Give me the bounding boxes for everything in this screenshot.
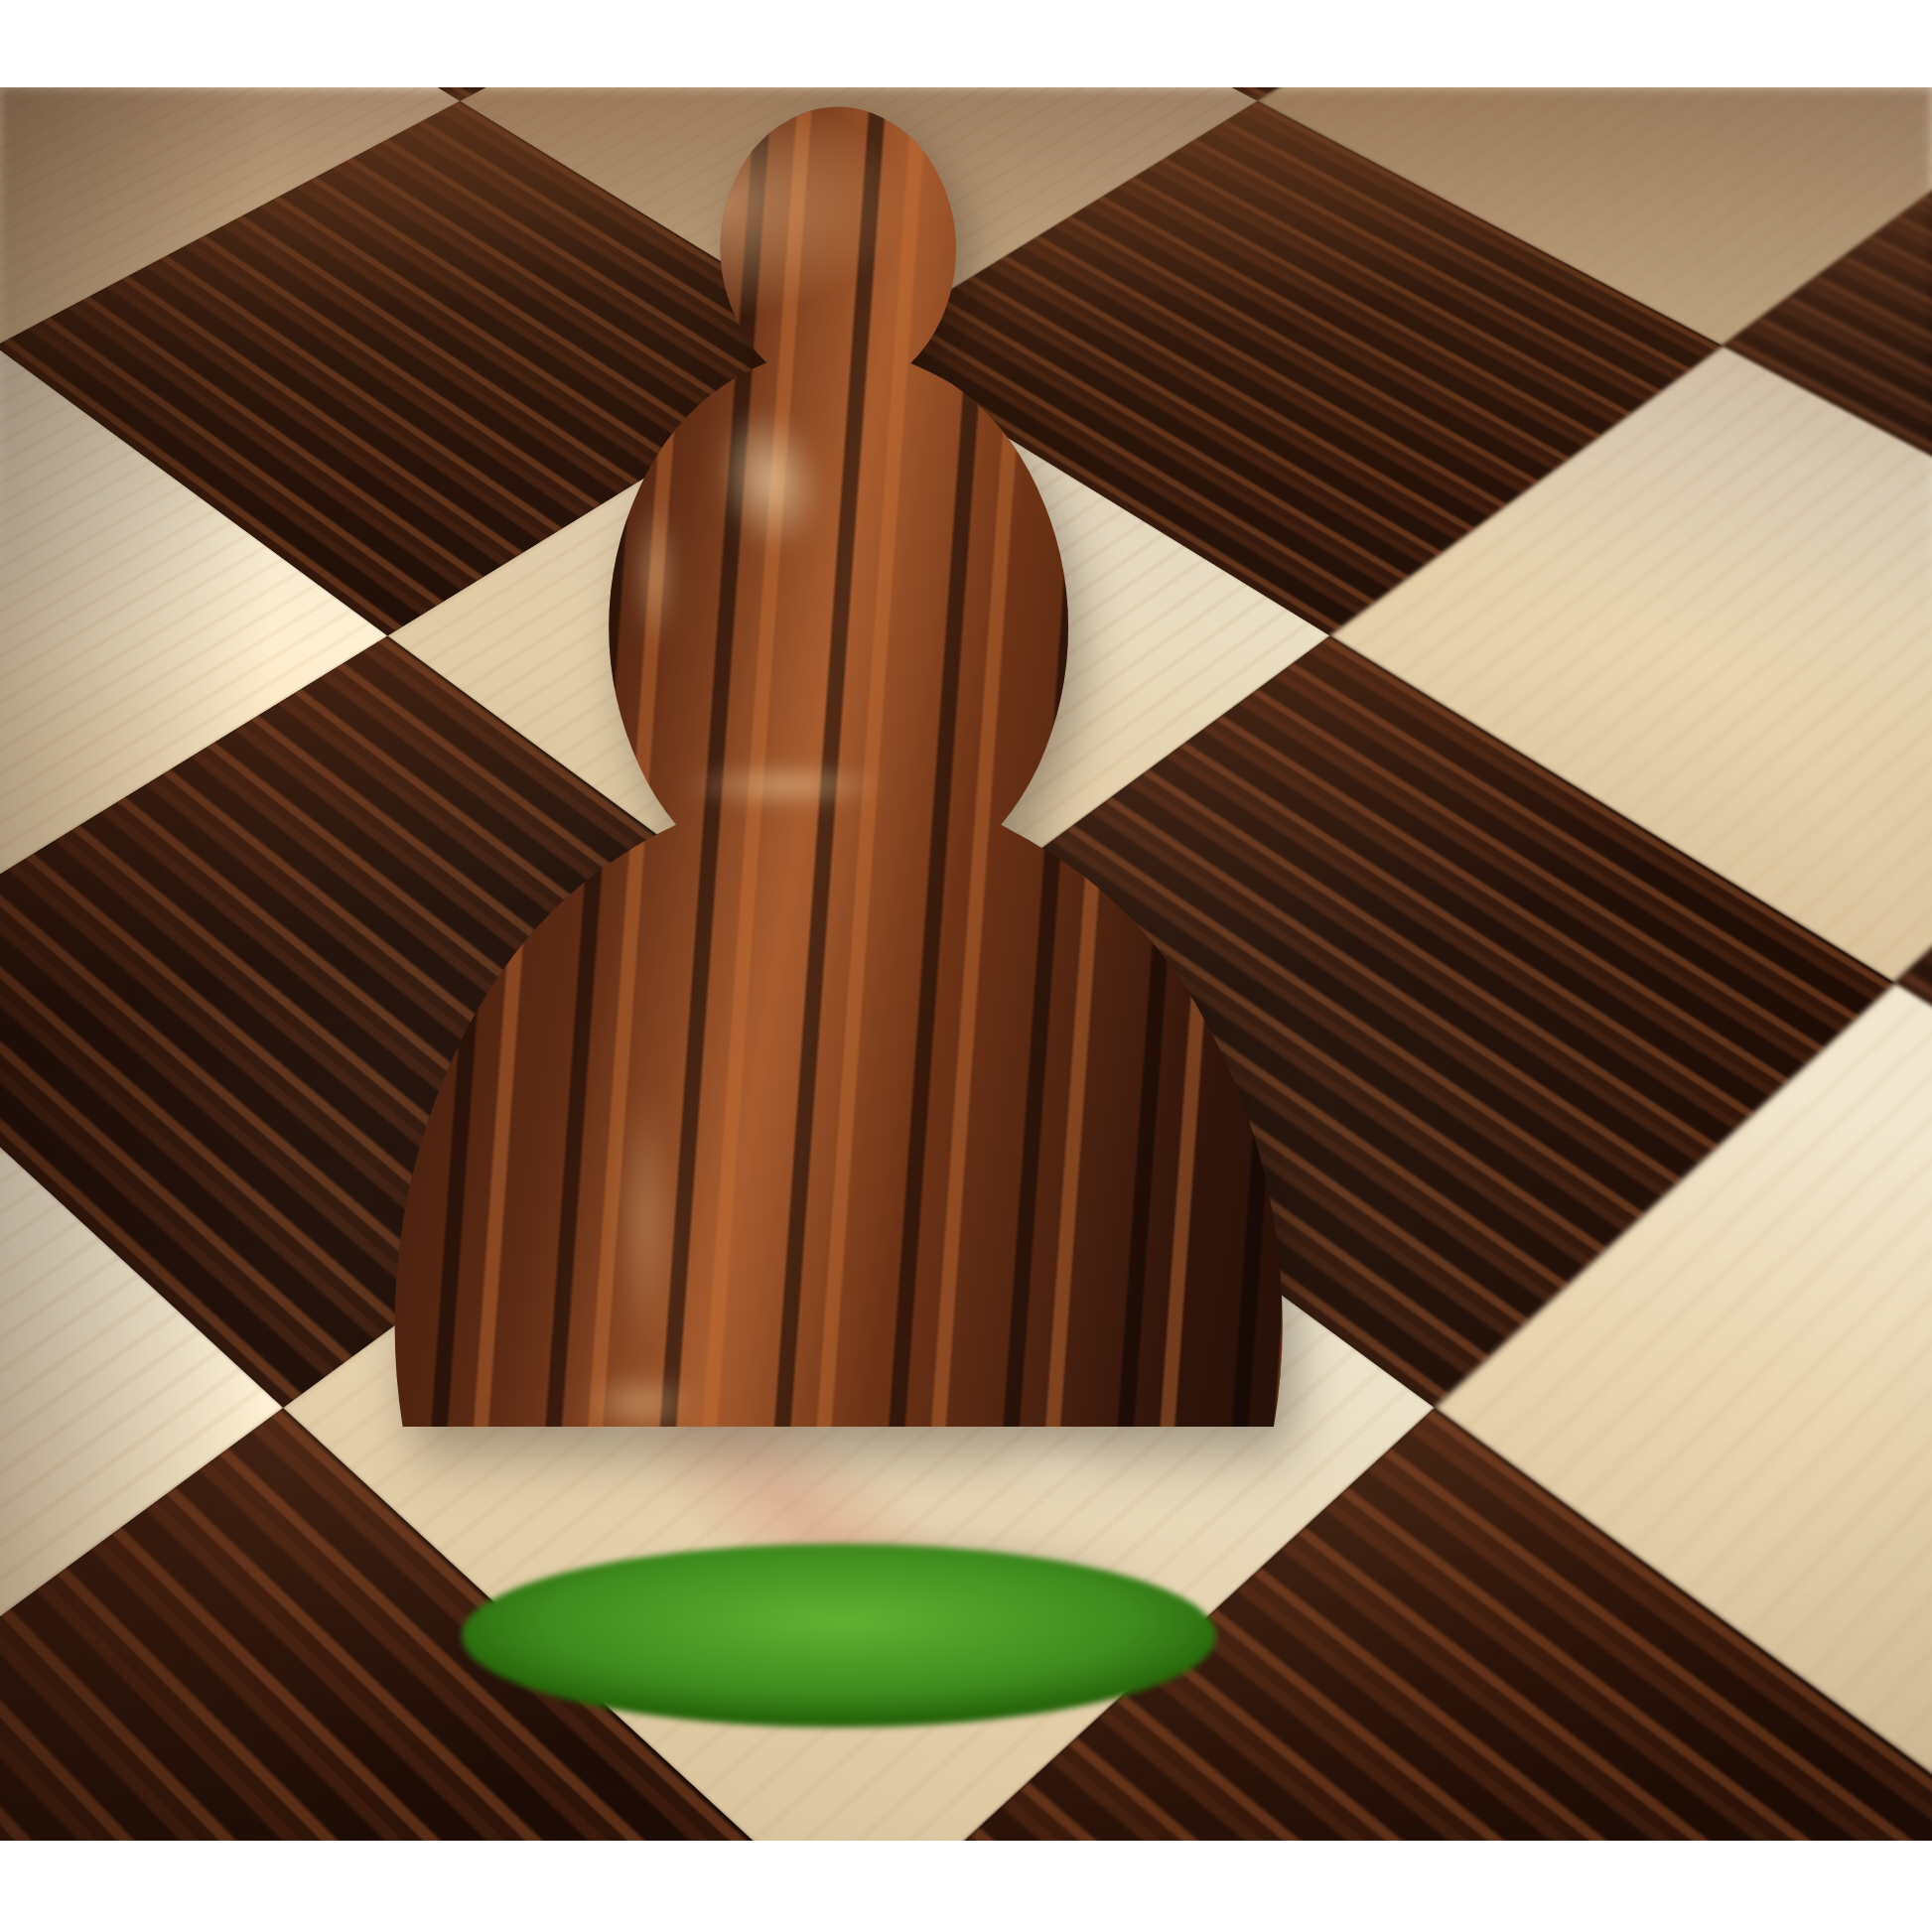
photo-stage: ♟ [0, 0, 1932, 1932]
letterbox-bottom [0, 1841, 1932, 1932]
letterbox-top [0, 0, 1932, 87]
photo-area: ♟ [0, 87, 1932, 1841]
black-pawn-glyph: ♟ [175, 87, 1503, 1704]
black-pawn-piece: ♟ [175, 87, 1503, 1704]
